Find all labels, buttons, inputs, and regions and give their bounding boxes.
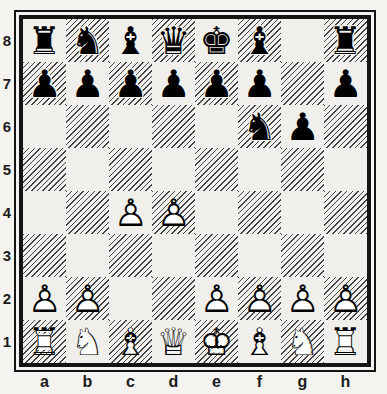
- board-inner-border: ♜♞♝♛♚♝♜♟♟♟♟♟♟♟♞♟♟♙♟♙♟♙♟♙♟♙♟♙♟♙♟♙♜♖♞♘♝♗♛♕…: [19, 15, 371, 367]
- piece-glyph: ♚: [195, 19, 238, 62]
- rank-label-5: 5: [0, 148, 14, 191]
- square-a3[interactable]: [23, 234, 66, 277]
- piece-white-knight: ♞♘: [281, 320, 324, 363]
- piece-white-pawn: ♟♙: [66, 277, 109, 320]
- piece-outline: ♙: [195, 277, 238, 320]
- piece-glyph: ♟: [195, 62, 238, 105]
- piece-black-pawn: ♟: [66, 62, 109, 105]
- piece-black-pawn: ♟: [23, 62, 66, 105]
- piece-glyph: ♟: [281, 105, 324, 148]
- square-c2[interactable]: [109, 277, 152, 320]
- piece-black-pawn: ♟: [238, 62, 281, 105]
- piece-glyph: ♜: [324, 19, 367, 62]
- piece-black-pawn: ♟: [152, 62, 195, 105]
- square-e7[interactable]: ♟: [195, 62, 238, 105]
- piece-white-queen: ♛♕: [152, 320, 195, 363]
- file-label-d: d: [152, 372, 195, 392]
- file-label-e: e: [195, 372, 238, 392]
- square-c3[interactable]: [109, 234, 152, 277]
- rank-label-1: 1: [0, 320, 14, 363]
- square-f7[interactable]: ♟: [238, 62, 281, 105]
- square-b6[interactable]: [66, 105, 109, 148]
- square-h1[interactable]: ♜♖: [324, 320, 367, 363]
- square-e6[interactable]: [195, 105, 238, 148]
- file-label-f: f: [238, 372, 281, 392]
- piece-black-pawn: ♟: [109, 62, 152, 105]
- piece-black-knight: ♞: [238, 105, 281, 148]
- square-b8[interactable]: ♞: [66, 19, 109, 62]
- square-e1[interactable]: ♚♔: [195, 320, 238, 363]
- square-e5[interactable]: [195, 148, 238, 191]
- piece-glyph: ♟: [324, 62, 367, 105]
- rank-label-4: 4: [0, 191, 14, 234]
- piece-glyph: ♛: [152, 19, 195, 62]
- square-d5[interactable]: [152, 148, 195, 191]
- piece-black-queen: ♛: [152, 19, 195, 62]
- square-h3[interactable]: [324, 234, 367, 277]
- piece-black-rook: ♜: [324, 19, 367, 62]
- square-g6[interactable]: ♟: [281, 105, 324, 148]
- board-frame: ♜♞♝♛♚♝♜♟♟♟♟♟♟♟♞♟♟♙♟♙♟♙♟♙♟♙♟♙♟♙♟♙♜♖♞♘♝♗♛♕…: [14, 10, 376, 372]
- piece-white-pawn: ♟♙: [23, 277, 66, 320]
- square-a7[interactable]: ♟: [23, 62, 66, 105]
- piece-outline: ♙: [23, 277, 66, 320]
- piece-glyph: ♟: [238, 62, 281, 105]
- square-c8[interactable]: ♝: [109, 19, 152, 62]
- square-g2[interactable]: ♟♙: [281, 277, 324, 320]
- rank-coordinates: 87654321: [0, 19, 14, 363]
- square-b3[interactable]: [66, 234, 109, 277]
- square-b5[interactable]: [66, 148, 109, 191]
- chess-diagram: 87654321 ♜♞♝♛♚♝♜♟♟♟♟♟♟♟♞♟♟♙♟♙♟♙♟♙♟♙♟♙♟♙♟…: [0, 0, 387, 394]
- piece-black-rook: ♜: [23, 19, 66, 62]
- square-b2[interactable]: ♟♙: [66, 277, 109, 320]
- piece-white-pawn: ♟♙: [281, 277, 324, 320]
- file-label-c: c: [109, 372, 152, 392]
- square-h4[interactable]: [324, 191, 367, 234]
- square-a4[interactable]: [23, 191, 66, 234]
- square-a1[interactable]: ♜♖: [23, 320, 66, 363]
- square-f2[interactable]: ♟♙: [238, 277, 281, 320]
- piece-outline: ♗: [238, 320, 281, 363]
- piece-white-pawn: ♟♙: [238, 277, 281, 320]
- square-f5[interactable]: [238, 148, 281, 191]
- square-f4[interactable]: [238, 191, 281, 234]
- piece-black-pawn: ♟: [281, 105, 324, 148]
- square-f8[interactable]: ♝: [238, 19, 281, 62]
- piece-glyph: ♟: [152, 62, 195, 105]
- square-c1[interactable]: ♝♗: [109, 320, 152, 363]
- square-g7[interactable]: [281, 62, 324, 105]
- piece-white-pawn: ♟♙: [152, 191, 195, 234]
- rank-label-8: 8: [0, 19, 14, 62]
- square-a8[interactable]: ♜: [23, 19, 66, 62]
- piece-white-bishop: ♝♗: [109, 320, 152, 363]
- file-label-b: b: [66, 372, 109, 392]
- piece-white-knight: ♞♘: [66, 320, 109, 363]
- square-h2[interactable]: ♟♙: [324, 277, 367, 320]
- piece-black-bishop: ♝: [238, 19, 281, 62]
- piece-black-pawn: ♟: [324, 62, 367, 105]
- square-d2[interactable]: [152, 277, 195, 320]
- piece-white-bishop: ♝♗: [238, 320, 281, 363]
- square-a5[interactable]: [23, 148, 66, 191]
- square-d1[interactable]: ♛♕: [152, 320, 195, 363]
- square-g3[interactable]: [281, 234, 324, 277]
- piece-outline: ♖: [324, 320, 367, 363]
- piece-white-pawn: ♟♙: [195, 277, 238, 320]
- rank-label-3: 3: [0, 234, 14, 277]
- square-g5[interactable]: [281, 148, 324, 191]
- piece-outline: ♙: [66, 277, 109, 320]
- piece-glyph: ♞: [66, 19, 109, 62]
- piece-white-pawn: ♟♙: [109, 191, 152, 234]
- rank-label-7: 7: [0, 62, 14, 105]
- square-a2[interactable]: ♟♙: [23, 277, 66, 320]
- square-d4[interactable]: ♟♙: [152, 191, 195, 234]
- square-h5[interactable]: [324, 148, 367, 191]
- piece-glyph: ♟: [23, 62, 66, 105]
- piece-glyph: ♟: [66, 62, 109, 105]
- piece-outline: ♖: [23, 320, 66, 363]
- square-g8[interactable]: [281, 19, 324, 62]
- square-b1[interactable]: ♞♘: [66, 320, 109, 363]
- piece-glyph: ♜: [23, 19, 66, 62]
- file-label-a: a: [23, 372, 66, 392]
- square-h7[interactable]: ♟: [324, 62, 367, 105]
- piece-white-rook: ♜♖: [324, 320, 367, 363]
- piece-outline: ♙: [281, 277, 324, 320]
- piece-outline: ♙: [238, 277, 281, 320]
- piece-black-pawn: ♟: [195, 62, 238, 105]
- square-a6[interactable]: [23, 105, 66, 148]
- square-c6[interactable]: [109, 105, 152, 148]
- square-b7[interactable]: ♟: [66, 62, 109, 105]
- piece-outline: ♔: [195, 320, 238, 363]
- square-g1[interactable]: ♞♘: [281, 320, 324, 363]
- square-h6[interactable]: [324, 105, 367, 148]
- piece-glyph: ♝: [109, 19, 152, 62]
- piece-black-knight: ♞: [66, 19, 109, 62]
- square-e8[interactable]: ♚: [195, 19, 238, 62]
- square-e4[interactable]: [195, 191, 238, 234]
- piece-outline: ♙: [324, 277, 367, 320]
- piece-glyph: ♝: [238, 19, 281, 62]
- piece-outline: ♘: [66, 320, 109, 363]
- piece-outline: ♘: [281, 320, 324, 363]
- piece-glyph: ♟: [109, 62, 152, 105]
- piece-white-king: ♚♔: [195, 320, 238, 363]
- square-b4[interactable]: [66, 191, 109, 234]
- square-c4[interactable]: ♟♙: [109, 191, 152, 234]
- square-c7[interactable]: ♟: [109, 62, 152, 105]
- square-e2[interactable]: ♟♙: [195, 277, 238, 320]
- square-d8[interactable]: ♛: [152, 19, 195, 62]
- square-d7[interactable]: ♟: [152, 62, 195, 105]
- piece-outline: ♕: [152, 320, 195, 363]
- square-c5[interactable]: [109, 148, 152, 191]
- piece-black-king: ♚: [195, 19, 238, 62]
- square-h8[interactable]: ♜: [324, 19, 367, 62]
- file-label-h: h: [324, 372, 367, 392]
- piece-glyph: ♞: [238, 105, 281, 148]
- rank-label-6: 6: [0, 105, 14, 148]
- piece-outline: ♗: [109, 320, 152, 363]
- square-f3[interactable]: [238, 234, 281, 277]
- piece-white-rook: ♜♖: [23, 320, 66, 363]
- rank-label-2: 2: [0, 277, 14, 320]
- square-g4[interactable]: [281, 191, 324, 234]
- piece-black-bishop: ♝: [109, 19, 152, 62]
- square-f6[interactable]: ♞: [238, 105, 281, 148]
- piece-white-pawn: ♟♙: [324, 277, 367, 320]
- piece-outline: ♙: [152, 191, 195, 234]
- square-d6[interactable]: [152, 105, 195, 148]
- square-d3[interactable]: [152, 234, 195, 277]
- square-e3[interactable]: [195, 234, 238, 277]
- piece-outline: ♙: [109, 191, 152, 234]
- file-coordinates: abcdefgh: [23, 372, 367, 392]
- file-label-g: g: [281, 372, 324, 392]
- square-f1[interactable]: ♝♗: [238, 320, 281, 363]
- chess-board: ♜♞♝♛♚♝♜♟♟♟♟♟♟♟♞♟♟♙♟♙♟♙♟♙♟♙♟♙♟♙♟♙♜♖♞♘♝♗♛♕…: [23, 19, 367, 363]
